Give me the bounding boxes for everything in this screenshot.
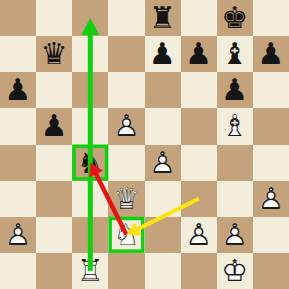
square-c5[interactable] bbox=[72, 108, 108, 144]
square-d2[interactable]: ♞♘ bbox=[108, 217, 144, 253]
square-d4[interactable] bbox=[108, 145, 144, 181]
piece-white-pawn-a2[interactable]: ♟ bbox=[0, 217, 36, 253]
square-h3[interactable]: ♟♙ bbox=[253, 181, 289, 217]
piece-white-knight-d2[interactable]: ♞ bbox=[108, 217, 144, 253]
piece-black-pawn-a6[interactable]: ♟ bbox=[0, 72, 36, 108]
piece-white-bishop-g5[interactable]: ♝ bbox=[217, 108, 253, 144]
piece-black-pawn-g6[interactable]: ♟ bbox=[217, 72, 253, 108]
square-h5[interactable] bbox=[253, 108, 289, 144]
square-b1[interactable] bbox=[36, 253, 72, 289]
piece-outline-white-rook-c1: ♖ bbox=[72, 253, 108, 289]
piece-black-queen-b7[interactable]: ♛ bbox=[36, 36, 72, 72]
piece-black-bishop-g7[interactable]: ♝ bbox=[217, 36, 253, 72]
square-d7[interactable] bbox=[108, 36, 144, 72]
square-g1[interactable]: ♚♔ bbox=[217, 253, 253, 289]
square-d8[interactable] bbox=[108, 0, 144, 36]
square-e3[interactable] bbox=[145, 181, 181, 217]
piece-outline-white-queen-d3: ♕ bbox=[108, 181, 144, 217]
square-c4[interactable]: ♞ bbox=[72, 145, 108, 181]
piece-outline-white-knight-d2: ♘ bbox=[108, 217, 144, 253]
piece-black-pawn-b5[interactable]: ♟ bbox=[36, 108, 72, 144]
square-g5[interactable]: ♝♗ bbox=[217, 108, 253, 144]
square-h4[interactable] bbox=[253, 145, 289, 181]
square-f1[interactable] bbox=[181, 253, 217, 289]
square-e8[interactable]: ♜ bbox=[145, 0, 181, 36]
square-e6[interactable] bbox=[145, 72, 181, 108]
square-g7[interactable]: ♝ bbox=[217, 36, 253, 72]
square-c2[interactable] bbox=[72, 217, 108, 253]
piece-outline-white-pawn-e4: ♙ bbox=[145, 145, 181, 181]
piece-white-rook-c1[interactable]: ♜ bbox=[72, 253, 108, 289]
square-a2[interactable]: ♟♙ bbox=[0, 217, 36, 253]
square-c3[interactable] bbox=[72, 181, 108, 217]
square-h8[interactable] bbox=[253, 0, 289, 36]
piece-black-pawn-f7[interactable]: ♟ bbox=[181, 36, 217, 72]
square-h6[interactable] bbox=[253, 72, 289, 108]
square-g4[interactable] bbox=[217, 145, 253, 181]
piece-white-king-g1[interactable]: ♚ bbox=[217, 253, 253, 289]
piece-outline-white-pawn-h3: ♙ bbox=[253, 181, 289, 217]
piece-white-queen-d3[interactable]: ♛ bbox=[108, 181, 144, 217]
square-g8[interactable]: ♚ bbox=[217, 0, 253, 36]
square-d5[interactable]: ♟♙ bbox=[108, 108, 144, 144]
piece-outline-white-bishop-g5: ♗ bbox=[217, 108, 253, 144]
piece-white-pawn-f2[interactable]: ♟ bbox=[181, 217, 217, 253]
square-a5[interactable] bbox=[0, 108, 36, 144]
square-f4[interactable] bbox=[181, 145, 217, 181]
piece-white-pawn-g2[interactable]: ♟ bbox=[217, 217, 253, 253]
square-a4[interactable] bbox=[0, 145, 36, 181]
square-e1[interactable] bbox=[145, 253, 181, 289]
square-b6[interactable] bbox=[36, 72, 72, 108]
square-e2[interactable] bbox=[145, 217, 181, 253]
square-f8[interactable] bbox=[181, 0, 217, 36]
square-a3[interactable] bbox=[0, 181, 36, 217]
board-squares: ♜♚♛♟♟♝♟♟♟♟♟♙♝♗♞♟♙♛♕♟♙♟♙♞♘♟♙♟♙♜♖♚♔ bbox=[0, 0, 289, 289]
square-c7[interactable] bbox=[72, 36, 108, 72]
piece-outline-white-pawn-g2: ♙ bbox=[217, 217, 253, 253]
square-a1[interactable] bbox=[0, 253, 36, 289]
square-b5[interactable]: ♟ bbox=[36, 108, 72, 144]
square-e5[interactable] bbox=[145, 108, 181, 144]
square-f7[interactable]: ♟ bbox=[181, 36, 217, 72]
square-a6[interactable]: ♟ bbox=[0, 72, 36, 108]
piece-black-rook-e8[interactable]: ♜ bbox=[145, 0, 181, 36]
square-c6[interactable] bbox=[72, 72, 108, 108]
square-h2[interactable] bbox=[253, 217, 289, 253]
square-f2[interactable]: ♟♙ bbox=[181, 217, 217, 253]
square-f5[interactable] bbox=[181, 108, 217, 144]
square-a8[interactable] bbox=[0, 0, 36, 36]
square-g6[interactable]: ♟ bbox=[217, 72, 253, 108]
piece-white-pawn-e4[interactable]: ♟ bbox=[145, 145, 181, 181]
piece-black-knight-c4[interactable]: ♞ bbox=[72, 145, 108, 181]
piece-white-pawn-h3[interactable]: ♟ bbox=[253, 181, 289, 217]
square-b7[interactable]: ♛ bbox=[36, 36, 72, 72]
square-f6[interactable] bbox=[181, 72, 217, 108]
square-c8[interactable] bbox=[72, 0, 108, 36]
piece-outline-white-pawn-a2: ♙ bbox=[0, 217, 36, 253]
square-g2[interactable]: ♟♙ bbox=[217, 217, 253, 253]
piece-outline-white-pawn-f2: ♙ bbox=[181, 217, 217, 253]
piece-outline-white-pawn-d5: ♙ bbox=[108, 108, 144, 144]
chess-board[interactable]: ♜♚♛♟♟♝♟♟♟♟♟♙♝♗♞♟♙♛♕♟♙♟♙♞♘♟♙♟♙♜♖♚♔ bbox=[0, 0, 289, 289]
square-d6[interactable] bbox=[108, 72, 144, 108]
square-g3[interactable] bbox=[217, 181, 253, 217]
piece-white-pawn-d5[interactable]: ♟ bbox=[108, 108, 144, 144]
square-h1[interactable] bbox=[253, 253, 289, 289]
piece-outline-white-king-g1: ♔ bbox=[217, 253, 253, 289]
piece-black-king-g8[interactable]: ♚ bbox=[217, 0, 253, 36]
square-b2[interactable] bbox=[36, 217, 72, 253]
square-b8[interactable] bbox=[36, 0, 72, 36]
square-c1[interactable]: ♜♖ bbox=[72, 253, 108, 289]
square-b3[interactable] bbox=[36, 181, 72, 217]
square-e7[interactable]: ♟ bbox=[145, 36, 181, 72]
square-d3[interactable]: ♛♕ bbox=[108, 181, 144, 217]
square-f3[interactable] bbox=[181, 181, 217, 217]
square-a7[interactable] bbox=[0, 36, 36, 72]
square-e4[interactable]: ♟♙ bbox=[145, 145, 181, 181]
square-d1[interactable] bbox=[108, 253, 144, 289]
square-h7[interactable]: ♟ bbox=[253, 36, 289, 72]
piece-black-pawn-h7[interactable]: ♟ bbox=[253, 36, 289, 72]
piece-black-pawn-e7[interactable]: ♟ bbox=[145, 36, 181, 72]
square-b4[interactable] bbox=[36, 145, 72, 181]
